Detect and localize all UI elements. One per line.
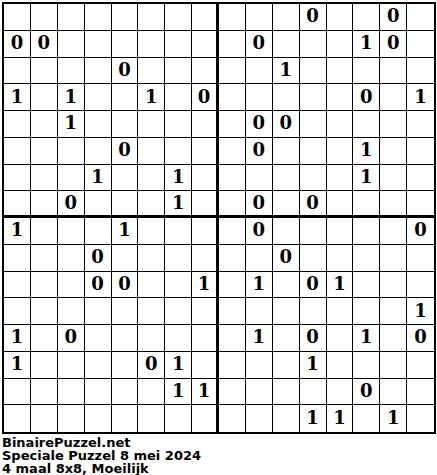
given-cell-r11c5: 0: [112, 272, 139, 299]
empty-cell-r15c4[interactable]: [85, 379, 112, 406]
given-cell-r2c2: 0: [31, 31, 58, 58]
empty-cell-r1c5[interactable]: [112, 4, 139, 31]
empty-cell-r4c4[interactable]: [85, 84, 112, 111]
empty-cell-r4c15[interactable]: [380, 84, 407, 111]
given-cell-r9c1: 1: [4, 218, 31, 245]
given-cell-r4c6: 1: [138, 84, 165, 111]
empty-cell-r9c11[interactable]: [273, 218, 300, 245]
empty-cell-r3c6[interactable]: [138, 58, 165, 85]
empty-cell-r9c12[interactable]: [300, 218, 327, 245]
given-cell-r12c16: 1: [407, 298, 434, 325]
empty-cell-r15c12[interactable]: [300, 379, 327, 406]
empty-cell-r15c15[interactable]: [380, 379, 407, 406]
empty-cell-r4c9[interactable]: [219, 84, 246, 111]
empty-cell-r12c6[interactable]: [138, 298, 165, 325]
empty-cell-r2c7[interactable]: [165, 31, 192, 58]
empty-cell-r4c13[interactable]: [327, 84, 354, 111]
empty-cell-r13c7[interactable]: [165, 325, 192, 352]
empty-cell-r16c7[interactable]: [165, 405, 192, 432]
empty-cell-r16c5[interactable]: [112, 405, 139, 432]
empty-cell-r12c14[interactable]: [353, 298, 380, 325]
given-cell-r11c8: 1: [192, 272, 219, 299]
empty-cell-r4c10[interactable]: [246, 84, 273, 111]
given-cell-r7c7: 1: [165, 165, 192, 192]
given-cell-r8c7: 1: [165, 191, 192, 218]
given-cell-r13c10: 1: [246, 325, 273, 352]
empty-cell-r8c2[interactable]: [31, 191, 58, 218]
empty-cell-r9c2[interactable]: [31, 218, 58, 245]
empty-cell-r5c8[interactable]: [192, 111, 219, 138]
empty-cell-r15c2[interactable]: [31, 379, 58, 406]
empty-cell-r7c16[interactable]: [407, 165, 434, 192]
empty-cell-r15c13[interactable]: [327, 379, 354, 406]
empty-cell-r8c4[interactable]: [85, 191, 112, 218]
empty-cell-r11c3[interactable]: [58, 272, 85, 299]
given-cell-r13c16: 0: [407, 325, 434, 352]
empty-cell-r9c13[interactable]: [327, 218, 354, 245]
empty-cell-r14c3[interactable]: [58, 352, 85, 379]
empty-cell-r11c9[interactable]: [219, 272, 246, 299]
empty-cell-r9c6[interactable]: [138, 218, 165, 245]
empty-cell-r10c5[interactable]: [112, 245, 139, 272]
empty-cell-r4c5[interactable]: [112, 84, 139, 111]
given-cell-r9c5: 1: [112, 218, 139, 245]
empty-cell-r11c6[interactable]: [138, 272, 165, 299]
empty-cell-r9c15[interactable]: [380, 218, 407, 245]
empty-cell-r13c15[interactable]: [380, 325, 407, 352]
empty-cell-r1c13[interactable]: [327, 4, 354, 31]
empty-cell-r13c5[interactable]: [112, 325, 139, 352]
empty-cell-r9c9[interactable]: [219, 218, 246, 245]
given-cell-r9c16: 0: [407, 218, 434, 245]
given-cell-r4c8: 0: [192, 84, 219, 111]
given-cell-r4c14: 0: [353, 84, 380, 111]
empty-cell-r10c9[interactable]: [219, 245, 246, 272]
given-cell-r5c11: 0: [273, 111, 300, 138]
given-cell-r16c12: 1: [300, 405, 327, 432]
empty-cell-r14c11[interactable]: [273, 352, 300, 379]
empty-cell-r3c4[interactable]: [85, 58, 112, 85]
given-cell-r2c15: 0: [380, 31, 407, 58]
empty-cell-r16c1[interactable]: [4, 405, 31, 432]
given-cell-r5c10: 0: [246, 111, 273, 138]
empty-cell-r7c11[interactable]: [273, 165, 300, 192]
empty-cell-r16c14[interactable]: [353, 405, 380, 432]
empty-cell-r9c8[interactable]: [192, 218, 219, 245]
empty-cell-r12c2[interactable]: [31, 298, 58, 325]
empty-cell-r5c4[interactable]: [85, 111, 112, 138]
empty-cell-r10c12[interactable]: [300, 245, 327, 272]
given-cell-r4c16: 1: [407, 84, 434, 111]
empty-cell-r5c2[interactable]: [31, 111, 58, 138]
empty-cell-r5c5[interactable]: [112, 111, 139, 138]
empty-cell-r8c5[interactable]: [112, 191, 139, 218]
empty-cell-r12c1[interactable]: [4, 298, 31, 325]
empty-cell-r13c9[interactable]: [219, 325, 246, 352]
given-cell-r8c10: 0: [246, 191, 273, 218]
empty-cell-r15c5[interactable]: [112, 379, 139, 406]
empty-cell-r3c3[interactable]: [58, 58, 85, 85]
given-cell-r2c1: 0: [4, 31, 31, 58]
empty-cell-r14c14[interactable]: [353, 352, 380, 379]
empty-cell-r5c15[interactable]: [380, 111, 407, 138]
empty-cell-r5c9[interactable]: [219, 111, 246, 138]
empty-cell-r7c12[interactable]: [300, 165, 327, 192]
empty-cell-r8c16[interactable]: [407, 191, 434, 218]
empty-cell-r16c10[interactable]: [246, 405, 273, 432]
empty-cell-r1c1[interactable]: [4, 4, 31, 31]
empty-cell-r10c1[interactable]: [4, 245, 31, 272]
empty-cell-r10c2[interactable]: [31, 245, 58, 272]
empty-cell-r15c1[interactable]: [4, 379, 31, 406]
empty-cell-r8c14[interactable]: [353, 191, 380, 218]
given-cell-r10c11: 0: [273, 245, 300, 272]
given-cell-r3c11: 1: [273, 58, 300, 85]
empty-cell-r6c3[interactable]: [58, 138, 85, 165]
empty-cell-r1c9[interactable]: [219, 4, 246, 31]
empty-cell-r7c5[interactable]: [112, 165, 139, 192]
empty-cell-r14c16[interactable]: [407, 352, 434, 379]
given-cell-r6c10: 0: [246, 138, 273, 165]
given-cell-r9c10: 0: [246, 218, 273, 245]
empty-cell-r9c3[interactable]: [58, 218, 85, 245]
empty-cell-r14c15[interactable]: [380, 352, 407, 379]
empty-cell-r1c16[interactable]: [407, 4, 434, 31]
empty-cell-r2c9[interactable]: [219, 31, 246, 58]
given-cell-r4c1: 1: [4, 84, 31, 111]
empty-cell-r8c11[interactable]: [273, 191, 300, 218]
empty-cell-r1c7[interactable]: [165, 4, 192, 31]
empty-cell-r7c10[interactable]: [246, 165, 273, 192]
empty-cell-r12c4[interactable]: [85, 298, 112, 325]
empty-cell-r3c9[interactable]: [219, 58, 246, 85]
given-cell-r14c12: 1: [300, 352, 327, 379]
empty-cell-r10c10[interactable]: [246, 245, 273, 272]
empty-cell-r13c4[interactable]: [85, 325, 112, 352]
empty-cell-r3c7[interactable]: [165, 58, 192, 85]
empty-cell-r10c8[interactable]: [192, 245, 219, 272]
empty-cell-r12c5[interactable]: [112, 298, 139, 325]
empty-cell-r2c13[interactable]: [327, 31, 354, 58]
empty-cell-r2c4[interactable]: [85, 31, 112, 58]
empty-cell-r1c11[interactable]: [273, 4, 300, 31]
empty-cell-r12c13[interactable]: [327, 298, 354, 325]
given-cell-r8c12: 0: [300, 191, 327, 218]
empty-cell-r6c12[interactable]: [300, 138, 327, 165]
empty-cell-r3c15[interactable]: [380, 58, 407, 85]
given-cell-r11c4: 0: [85, 272, 112, 299]
empty-cell-r11c16[interactable]: [407, 272, 434, 299]
given-cell-r14c1: 1: [4, 352, 31, 379]
given-cell-r13c3: 0: [58, 325, 85, 352]
empty-cell-r10c7[interactable]: [165, 245, 192, 272]
empty-cell-r16c3[interactable]: [58, 405, 85, 432]
empty-cell-r11c1[interactable]: [4, 272, 31, 299]
empty-cell-r3c10[interactable]: [246, 58, 273, 85]
empty-cell-r4c12[interactable]: [300, 84, 327, 111]
empty-cell-r7c6[interactable]: [138, 165, 165, 192]
given-cell-r11c12: 0: [300, 272, 327, 299]
empty-cell-r2c11[interactable]: [273, 31, 300, 58]
given-cell-r4c3: 1: [58, 84, 85, 111]
given-cell-r16c15: 1: [380, 405, 407, 432]
empty-cell-r1c4[interactable]: [85, 4, 112, 31]
empty-cell-r3c1[interactable]: [4, 58, 31, 85]
given-cell-r15c8: 1: [192, 379, 219, 406]
given-cell-r1c15: 0: [380, 4, 407, 31]
empty-cell-r1c14[interactable]: [353, 4, 380, 31]
given-cell-r10c4: 0: [85, 245, 112, 272]
empty-cell-r2c5[interactable]: [112, 31, 139, 58]
given-cell-r6c5: 0: [112, 138, 139, 165]
given-cell-r3c5: 0: [112, 58, 139, 85]
empty-cell-r13c2[interactable]: [31, 325, 58, 352]
empty-cell-r3c13[interactable]: [327, 58, 354, 85]
empty-cell-r12c10[interactable]: [246, 298, 273, 325]
empty-cell-r3c16[interactable]: [407, 58, 434, 85]
empty-cell-r8c13[interactable]: [327, 191, 354, 218]
empty-cell-r5c13[interactable]: [327, 111, 354, 138]
binary-puzzle-board: 0000010011110011000011110100110000001101…: [2, 2, 436, 434]
empty-cell-r2c16[interactable]: [407, 31, 434, 58]
given-cell-r13c1: 1: [4, 325, 31, 352]
empty-cell-r15c3[interactable]: [58, 379, 85, 406]
empty-cell-r11c14[interactable]: [353, 272, 380, 299]
empty-cell-r6c1[interactable]: [4, 138, 31, 165]
empty-cell-r12c12[interactable]: [300, 298, 327, 325]
empty-cell-r13c6[interactable]: [138, 325, 165, 352]
given-cell-r8c3: 0: [58, 191, 85, 218]
empty-cell-r10c14[interactable]: [353, 245, 380, 272]
empty-cell-r16c16[interactable]: [407, 405, 434, 432]
empty-cell-r5c7[interactable]: [165, 111, 192, 138]
empty-cell-r12c3[interactable]: [58, 298, 85, 325]
empty-cell-r6c7[interactable]: [165, 138, 192, 165]
empty-cell-r16c2[interactable]: [31, 405, 58, 432]
empty-cell-r14c2[interactable]: [31, 352, 58, 379]
empty-cell-r6c16[interactable]: [407, 138, 434, 165]
empty-cell-r3c2[interactable]: [31, 58, 58, 85]
empty-cell-r12c9[interactable]: [219, 298, 246, 325]
given-cell-r15c14: 0: [353, 379, 380, 406]
empty-cell-r14c13[interactable]: [327, 352, 354, 379]
empty-cell-r9c7[interactable]: [165, 218, 192, 245]
empty-cell-r7c13[interactable]: [327, 165, 354, 192]
empty-cell-r12c7[interactable]: [165, 298, 192, 325]
empty-cell-r15c11[interactable]: [273, 379, 300, 406]
empty-cell-r9c14[interactable]: [353, 218, 380, 245]
empty-cell-r1c2[interactable]: [31, 4, 58, 31]
empty-cell-r2c3[interactable]: [58, 31, 85, 58]
empty-cell-r15c6[interactable]: [138, 379, 165, 406]
empty-cell-r15c9[interactable]: [219, 379, 246, 406]
empty-cell-r10c15[interactable]: [380, 245, 407, 272]
empty-cell-r10c13[interactable]: [327, 245, 354, 272]
empty-cell-r7c9[interactable]: [219, 165, 246, 192]
empty-cell-r12c8[interactable]: [192, 298, 219, 325]
empty-cell-r8c8[interactable]: [192, 191, 219, 218]
empty-cell-r3c14[interactable]: [353, 58, 380, 85]
empty-cell-r14c9[interactable]: [219, 352, 246, 379]
empty-cell-r6c2[interactable]: [31, 138, 58, 165]
empty-cell-r6c13[interactable]: [327, 138, 354, 165]
empty-cell-r5c12[interactable]: [300, 111, 327, 138]
empty-cell-r16c9[interactable]: [219, 405, 246, 432]
empty-cell-r14c8[interactable]: [192, 352, 219, 379]
empty-cell-r15c10[interactable]: [246, 379, 273, 406]
empty-cell-r2c6[interactable]: [138, 31, 165, 58]
empty-cell-r16c11[interactable]: [273, 405, 300, 432]
empty-cell-r11c11[interactable]: [273, 272, 300, 299]
empty-cell-r16c8[interactable]: [192, 405, 219, 432]
empty-cell-r12c11[interactable]: [273, 298, 300, 325]
puzzle-page: 0000010011110011000011110100110000001101…: [0, 0, 437, 475]
empty-cell-r8c1[interactable]: [4, 191, 31, 218]
empty-cell-r7c1[interactable]: [4, 165, 31, 192]
given-cell-r11c10: 1: [246, 272, 273, 299]
empty-cell-r14c4[interactable]: [85, 352, 112, 379]
given-cell-r13c12: 0: [300, 325, 327, 352]
given-cell-r7c14: 1: [353, 165, 380, 192]
empty-cell-r13c13[interactable]: [327, 325, 354, 352]
given-cell-r13c14: 1: [353, 325, 380, 352]
empty-cell-r3c8[interactable]: [192, 58, 219, 85]
empty-cell-r6c15[interactable]: [380, 138, 407, 165]
given-cell-r6c14: 1: [353, 138, 380, 165]
empty-cell-r7c3[interactable]: [58, 165, 85, 192]
empty-cell-r8c9[interactable]: [219, 191, 246, 218]
empty-cell-r16c4[interactable]: [85, 405, 112, 432]
empty-cell-r9c4[interactable]: [85, 218, 112, 245]
empty-cell-r3c12[interactable]: [300, 58, 327, 85]
given-cell-r5c3: 1: [58, 111, 85, 138]
given-cell-r7c4: 1: [85, 165, 112, 192]
empty-cell-r4c11[interactable]: [273, 84, 300, 111]
empty-cell-r1c6[interactable]: [138, 4, 165, 31]
empty-cell-r15c16[interactable]: [407, 379, 434, 406]
empty-cell-r11c7[interactable]: [165, 272, 192, 299]
given-cell-r11c13: 1: [327, 272, 354, 299]
empty-cell-r5c16[interactable]: [407, 111, 434, 138]
empty-cell-r1c10[interactable]: [246, 4, 273, 31]
empty-cell-r6c4[interactable]: [85, 138, 112, 165]
empty-cell-r13c11[interactable]: [273, 325, 300, 352]
empty-cell-r14c10[interactable]: [246, 352, 273, 379]
empty-cell-r16c6[interactable]: [138, 405, 165, 432]
empty-cell-r2c12[interactable]: [300, 31, 327, 58]
empty-cell-r12c15[interactable]: [380, 298, 407, 325]
empty-cell-r7c15[interactable]: [380, 165, 407, 192]
empty-cell-r6c9[interactable]: [219, 138, 246, 165]
given-cell-r15c7: 1: [165, 379, 192, 406]
given-cell-r1c12: 0: [300, 4, 327, 31]
given-cell-r14c7: 1: [165, 352, 192, 379]
empty-cell-r2c8[interactable]: [192, 31, 219, 58]
empty-cell-r7c8[interactable]: [192, 165, 219, 192]
puzzle-footer: BinairePuzzel.net Speciale Puzzel 8 mei …: [2, 436, 201, 475]
empty-cell-r5c14[interactable]: [353, 111, 380, 138]
empty-cell-r7c2[interactable]: [31, 165, 58, 192]
empty-cell-r8c15[interactable]: [380, 191, 407, 218]
empty-cell-r10c6[interactable]: [138, 245, 165, 272]
empty-cell-r10c16[interactable]: [407, 245, 434, 272]
given-cell-r2c10: 0: [246, 31, 273, 58]
empty-cell-r6c11[interactable]: [273, 138, 300, 165]
given-cell-r2c14: 1: [353, 31, 380, 58]
empty-cell-r4c7[interactable]: [165, 84, 192, 111]
empty-cell-r1c8[interactable]: [192, 4, 219, 31]
empty-cell-r8c6[interactable]: [138, 191, 165, 218]
empty-cell-r13c8[interactable]: [192, 325, 219, 352]
empty-cell-r5c6[interactable]: [138, 111, 165, 138]
empty-cell-r11c2[interactable]: [31, 272, 58, 299]
empty-cell-r14c5[interactable]: [112, 352, 139, 379]
empty-cell-r11c15[interactable]: [380, 272, 407, 299]
empty-cell-r10c3[interactable]: [58, 245, 85, 272]
empty-cell-r6c6[interactable]: [138, 138, 165, 165]
given-cell-r14c6: 0: [138, 352, 165, 379]
empty-cell-r4c2[interactable]: [31, 84, 58, 111]
empty-cell-r5c1[interactable]: [4, 111, 31, 138]
given-cell-r16c13: 1: [327, 405, 354, 432]
puzzle-difficulty: 4 maal 8x8, Moeilijk: [2, 462, 201, 475]
empty-cell-r6c8[interactable]: [192, 138, 219, 165]
empty-cell-r1c3[interactable]: [58, 4, 85, 31]
